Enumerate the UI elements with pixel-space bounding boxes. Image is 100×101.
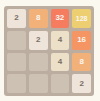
tile-r3c4: 8 [72, 53, 91, 72]
tile-r1c1: 2 [7, 9, 26, 28]
tile-r1c3: 32 [51, 9, 70, 28]
tile-r2c1 [7, 31, 26, 50]
tile-r3c3: 4 [51, 53, 70, 72]
tile-r2c2: 2 [29, 31, 48, 50]
tile-r2c4: 16 [72, 31, 91, 50]
tile-r4c2 [29, 74, 48, 93]
tile-r1c2: 8 [29, 9, 48, 28]
tile-r4c3 [51, 74, 70, 93]
tile-r4c1 [7, 74, 26, 93]
tile-r1c4: 128 [72, 9, 91, 28]
tile-r3c1 [7, 53, 26, 72]
tile-r2c3: 4 [51, 31, 70, 50]
2048-board[interactable]: 2 8 32 128 2 4 16 4 8 2 [4, 6, 94, 96]
tile-r4c4: 2 [72, 74, 91, 93]
tile-r3c2 [29, 53, 48, 72]
